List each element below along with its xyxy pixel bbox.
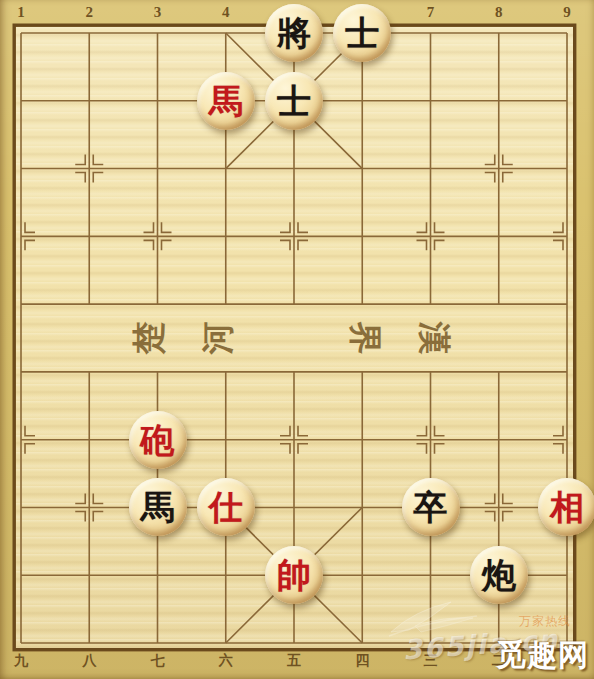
piece-glyph: 仕 — [209, 490, 243, 524]
river-char-3: 界 — [342, 322, 387, 355]
piece-glyph: 士 — [277, 84, 311, 118]
file-label-top-1: 1 — [17, 4, 25, 21]
file-label-bottom-4: 六 — [219, 652, 233, 670]
piece-glyph: 砲 — [141, 423, 175, 457]
file-label-top-8: 8 — [495, 4, 503, 21]
piece-glyph: 相 — [550, 490, 584, 524]
river-char-4: 漢 — [411, 322, 456, 355]
piece-red-elephant[interactable]: 相 — [538, 478, 594, 536]
piece-black-advisor-2[interactable]: 士 — [265, 72, 323, 130]
file-label-bottom-6: 四 — [355, 652, 369, 670]
file-label-bottom-5: 五 — [287, 652, 301, 670]
piece-black-soldier[interactable]: 卒 — [402, 478, 460, 536]
river-char-2: 河 — [196, 322, 241, 355]
piece-glyph: 馬 — [209, 84, 243, 118]
piece-red-general[interactable]: 帥 — [265, 546, 323, 604]
piece-red-advisor[interactable]: 仕 — [197, 478, 255, 536]
site-badge-watermark: 觅趣网 — [496, 635, 589, 676]
file-label-bottom-3: 七 — [151, 652, 165, 670]
piece-red-horse[interactable]: 馬 — [197, 72, 255, 130]
piece-black-cannon[interactable]: 炮 — [470, 546, 528, 604]
file-label-bottom-1: 九 — [14, 652, 28, 670]
piece-black-advisor-1[interactable]: 士 — [333, 4, 391, 62]
file-label-bottom-2: 八 — [82, 652, 96, 670]
piece-glyph: 帥 — [277, 558, 311, 592]
file-label-top-9: 9 — [563, 4, 571, 21]
piece-glyph: 將 — [277, 16, 311, 50]
piece-glyph: 卒 — [414, 490, 448, 524]
file-label-top-4: 4 — [222, 4, 230, 21]
piece-black-horse[interactable]: 馬 — [129, 478, 187, 536]
file-label-top-7: 7 — [427, 4, 435, 21]
piece-glyph: 士 — [345, 16, 379, 50]
piece-glyph: 馬 — [141, 490, 175, 524]
file-label-top-2: 2 — [86, 4, 94, 21]
piece-glyph: 炮 — [482, 558, 516, 592]
xiangqi-app: 123456789 楚河界漢 九八七六五四三二一 將士馬士砲馬仕卒相帥炮 万家热… — [0, 0, 594, 679]
file-label-top-3: 3 — [154, 4, 162, 21]
piece-black-general[interactable]: 將 — [265, 4, 323, 62]
river-char-1: 楚 — [127, 322, 172, 355]
piece-red-cannon[interactable]: 砲 — [129, 411, 187, 469]
